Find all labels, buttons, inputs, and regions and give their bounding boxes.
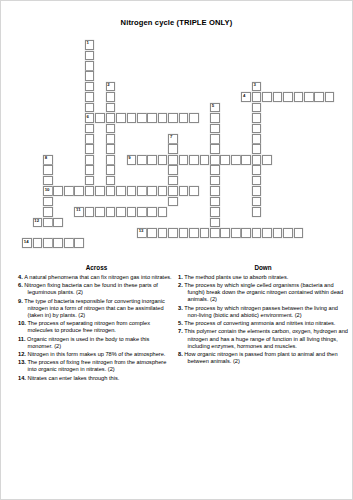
crossword-cell[interactable] xyxy=(273,228,283,238)
crossword-cell[interactable] xyxy=(147,113,157,123)
crossword-cell[interactable] xyxy=(252,176,262,186)
crossword-cell[interactable] xyxy=(158,207,168,217)
clue-item-number: 2. xyxy=(178,282,184,288)
crossword-cell[interactable]: 14 xyxy=(22,238,32,248)
crossword-cell[interactable] xyxy=(210,155,220,165)
crossword-cell[interactable] xyxy=(210,144,220,154)
crossword-cell[interactable] xyxy=(210,134,220,144)
crossword-cell[interactable]: 3 xyxy=(252,82,262,92)
crossword-cell[interactable]: 2 xyxy=(106,82,116,92)
clue-number: 9 xyxy=(128,155,130,160)
crossword-cell[interactable] xyxy=(95,186,105,196)
crossword-cell[interactable] xyxy=(252,103,262,113)
clue-number: 7 xyxy=(170,134,172,139)
clue-item-number: 12. xyxy=(18,351,27,357)
crossword-cell[interactable] xyxy=(127,186,137,196)
clue-item-number: 8. xyxy=(178,351,184,357)
crossword-cell[interactable] xyxy=(200,228,210,238)
crossword-cell[interactable] xyxy=(106,103,116,113)
crossword-cell[interactable] xyxy=(210,228,220,238)
crossword-cell[interactable] xyxy=(137,113,147,123)
crossword-cell[interactable] xyxy=(106,207,116,217)
clue-number: 2 xyxy=(107,82,109,87)
crossword-cell[interactable] xyxy=(168,228,178,238)
crossword-cell[interactable] xyxy=(262,228,272,238)
crossword-cell[interactable] xyxy=(85,61,95,71)
crossword-cell[interactable]: 8 xyxy=(43,155,53,165)
clue-item-number: 4. xyxy=(18,274,24,280)
crossword-cell[interactable] xyxy=(210,207,220,217)
crossword-cell[interactable] xyxy=(231,228,241,238)
crossword-cell[interactable] xyxy=(106,92,116,102)
crossword-cell[interactable] xyxy=(158,228,168,238)
crossword-cell[interactable] xyxy=(74,186,84,196)
crossword-cell[interactable] xyxy=(53,186,63,196)
down-clue-list: 1. The method plants use to absorb nitra… xyxy=(178,274,348,365)
crossword-cell[interactable] xyxy=(95,113,105,123)
crossword-cell[interactable] xyxy=(158,155,168,165)
crossword-cell[interactable] xyxy=(64,186,74,196)
clue-item: 7. This polymer contain the elements car… xyxy=(178,328,348,349)
crossword-cell[interactable] xyxy=(85,103,95,113)
crossword-cell[interactable] xyxy=(252,124,262,134)
crossword-cell[interactable] xyxy=(85,144,95,154)
crossword-grid: 1234567891011121314 xyxy=(22,40,335,249)
crossword-cell[interactable] xyxy=(137,186,147,196)
crossword-cell[interactable] xyxy=(200,155,210,165)
crossword-cell[interactable]: 9 xyxy=(127,155,137,165)
clue-item-number: 1. xyxy=(178,274,184,280)
crossword-cell[interactable] xyxy=(106,155,116,165)
crossword-cell[interactable] xyxy=(168,144,178,154)
crossword-cell[interactable] xyxy=(262,155,272,165)
crossword-cell[interactable] xyxy=(314,92,324,102)
down-header: Down xyxy=(178,264,348,271)
crossword-cell[interactable] xyxy=(179,228,189,238)
clue-number: 12 xyxy=(34,218,39,223)
clue-item-number: 10. xyxy=(18,320,27,326)
crossword-cell[interactable] xyxy=(283,228,293,238)
clue-number: 13 xyxy=(139,228,144,233)
crossword-cell[interactable] xyxy=(252,186,262,196)
clue-item: 2. The process by which single celled or… xyxy=(178,282,348,303)
crossword-cell[interactable] xyxy=(168,186,178,196)
crossword-cell[interactable] xyxy=(85,51,95,61)
down-clues: Down 1. The method plants use to absorb … xyxy=(178,264,348,366)
crossword-cell[interactable] xyxy=(168,113,178,123)
crossword-cell[interactable] xyxy=(189,113,199,123)
crossword-cell[interactable] xyxy=(210,197,220,207)
crossword-cell[interactable] xyxy=(106,134,116,144)
crossword-cell[interactable] xyxy=(85,165,95,175)
crossword-cell[interactable]: 5 xyxy=(210,103,220,113)
crossword-cell[interactable] xyxy=(294,228,304,238)
crossword-cell[interactable] xyxy=(210,113,220,123)
crossword-cell[interactable] xyxy=(168,197,178,207)
crossword-cell[interactable] xyxy=(179,186,189,196)
clue-number: 5 xyxy=(212,103,214,108)
crossword-cell[interactable] xyxy=(283,92,293,102)
crossword-cell[interactable] xyxy=(43,197,53,207)
crossword-cell[interactable] xyxy=(137,207,147,217)
worksheet-page: Nitrogen cycle (TRIPLE ONLY) 12345678910… xyxy=(0,0,353,500)
crossword-cell[interactable] xyxy=(210,124,220,134)
crossword-cell[interactable] xyxy=(147,155,157,165)
crossword-cell[interactable] xyxy=(189,186,199,196)
crossword-cell[interactable] xyxy=(85,82,95,92)
crossword-cell[interactable] xyxy=(189,228,199,238)
clue-number: 3 xyxy=(253,82,255,87)
crossword-cell[interactable] xyxy=(64,238,74,248)
crossword-cell[interactable]: 7 xyxy=(168,134,178,144)
crossword-cell[interactable] xyxy=(85,71,95,81)
page-title: Nitrogen cycle (TRIPLE ONLY) xyxy=(1,18,352,27)
clue-number: 10 xyxy=(45,187,50,192)
crossword-cell[interactable] xyxy=(106,144,116,154)
crossword-cell[interactable] xyxy=(106,176,116,186)
clue-item-number: 3. xyxy=(178,305,184,311)
across-clue-list: 4. A natural phenomena that can fix nitr… xyxy=(18,274,175,382)
crossword-cell[interactable]: 13 xyxy=(137,228,147,238)
crossword-cell[interactable] xyxy=(43,165,53,175)
crossword-cell[interactable] xyxy=(252,144,262,154)
crossword-cell[interactable]: 10 xyxy=(43,186,53,196)
clue-number: 14 xyxy=(24,239,29,244)
crossword-cell[interactable] xyxy=(325,92,335,102)
crossword-cell[interactable] xyxy=(74,238,84,248)
crossword-cell[interactable] xyxy=(127,207,137,217)
crossword-cell[interactable] xyxy=(241,155,251,165)
crossword-cell[interactable] xyxy=(127,113,137,123)
clue-item-number: 6. xyxy=(18,282,24,288)
crossword-cell[interactable] xyxy=(210,186,220,196)
clue-number: 11 xyxy=(76,207,81,212)
crossword-cell[interactable] xyxy=(85,176,95,186)
clue-item: 3. The process by which nitrogen passes … xyxy=(178,305,348,319)
crossword-cell[interactable] xyxy=(33,238,43,248)
crossword-cell[interactable] xyxy=(179,113,189,123)
crossword-cell[interactable] xyxy=(189,155,199,165)
clue-item: 10. The process of separating nitrogen f… xyxy=(18,320,175,334)
crossword-cell[interactable] xyxy=(85,134,95,144)
crossword-cell[interactable] xyxy=(252,92,262,102)
crossword-cell[interactable] xyxy=(179,155,189,165)
crossword-cell[interactable] xyxy=(106,186,116,196)
crossword-cell[interactable] xyxy=(106,165,116,175)
crossword-cell[interactable] xyxy=(168,155,178,165)
crossword-cell[interactable] xyxy=(210,176,220,186)
clue-item: 5. The process of converting ammonia and… xyxy=(178,320,348,327)
crossword-cell[interactable] xyxy=(220,155,230,165)
crossword-cell[interactable] xyxy=(106,124,116,134)
clue-item-number: 5. xyxy=(178,320,184,326)
crossword-cell[interactable] xyxy=(252,197,262,207)
across-clues: Across 4. A natural phenomena that can f… xyxy=(18,264,175,383)
crossword-cell[interactable] xyxy=(220,228,230,238)
clue-item-number: 13. xyxy=(18,359,27,365)
clue-item-number: 9. xyxy=(18,298,24,304)
crossword-cell[interactable] xyxy=(262,92,272,102)
crossword-cell[interactable] xyxy=(85,155,95,165)
crossword-cell[interactable] xyxy=(95,207,105,217)
crossword-cell[interactable]: 4 xyxy=(241,92,251,102)
crossword-cell[interactable] xyxy=(252,228,262,238)
clue-number: 6 xyxy=(86,114,88,119)
crossword-cell[interactable] xyxy=(168,176,178,186)
across-header: Across xyxy=(18,264,175,271)
crossword-cell[interactable] xyxy=(147,186,157,196)
crossword-cell[interactable]: 12 xyxy=(33,218,43,228)
crossword-cell[interactable]: 6 xyxy=(85,113,95,123)
crossword-cell[interactable] xyxy=(147,228,157,238)
clue-item: 9. The type of bacteria responsible for … xyxy=(18,298,175,319)
crossword-cell[interactable] xyxy=(85,186,95,196)
clue-item-number: 14. xyxy=(18,375,27,381)
crossword-cell[interactable] xyxy=(147,207,157,217)
crossword-cell[interactable] xyxy=(304,92,314,102)
clue-number: 1 xyxy=(86,40,88,45)
clue-item: 4. A natural phenomena that can fix nitr… xyxy=(18,274,175,281)
crossword-cell[interactable] xyxy=(43,238,53,248)
crossword-cell[interactable] xyxy=(116,207,126,217)
crossword-cell[interactable] xyxy=(53,218,63,228)
clue-item: 13. The process of fixing free nitrogen … xyxy=(18,359,175,373)
crossword-cell[interactable] xyxy=(252,113,262,123)
crossword-cell[interactable] xyxy=(210,218,220,228)
crossword-cell[interactable] xyxy=(241,228,251,238)
clue-item: 8. How organic nitrogen is passed from p… xyxy=(178,351,348,365)
clue-item: 1. The method plants use to absorb nitra… xyxy=(178,274,348,281)
clue-item: 11. Organic nitrogen is used in the body… xyxy=(18,336,175,350)
clue-number: 4 xyxy=(243,93,245,98)
crossword-cell[interactable] xyxy=(252,207,262,217)
crossword-cell[interactable] xyxy=(273,92,283,102)
crossword-cell[interactable]: 11 xyxy=(74,207,84,217)
crossword-cell[interactable] xyxy=(116,113,126,123)
clue-number: 8 xyxy=(45,155,47,160)
crossword-cell[interactable] xyxy=(210,165,220,175)
clue-item: 6. Nitrogen fixing bacteria can be found… xyxy=(18,282,175,296)
crossword-cell[interactable] xyxy=(116,186,126,196)
crossword-cell[interactable] xyxy=(43,176,53,186)
crossword-cell[interactable]: 1 xyxy=(85,40,95,50)
crossword-cell[interactable] xyxy=(252,155,262,165)
crossword-cell[interactable] xyxy=(168,165,178,175)
clue-item-number: 7. xyxy=(178,328,184,334)
crossword-cell[interactable] xyxy=(231,155,241,165)
crossword-cell[interactable] xyxy=(85,92,95,102)
crossword-cell[interactable] xyxy=(252,134,262,144)
crossword-cell[interactable] xyxy=(294,92,304,102)
crossword-cell[interactable] xyxy=(158,186,168,196)
crossword-cell[interactable] xyxy=(43,218,53,228)
crossword-cell[interactable] xyxy=(85,207,95,217)
crossword-cell[interactable] xyxy=(137,155,147,165)
crossword-cell[interactable] xyxy=(85,124,95,134)
clue-item: 12. Nitrogen in this form makes up 78% o… xyxy=(18,351,175,358)
crossword-cell[interactable] xyxy=(252,165,262,175)
crossword-cell[interactable] xyxy=(106,113,116,123)
crossword-cell[interactable] xyxy=(53,238,63,248)
clue-item-number: 11. xyxy=(18,336,27,342)
crossword-cell[interactable] xyxy=(43,207,53,217)
clue-item: 14. Nitrates can enter lakes through thi… xyxy=(18,375,175,382)
crossword-cell[interactable] xyxy=(158,113,168,123)
